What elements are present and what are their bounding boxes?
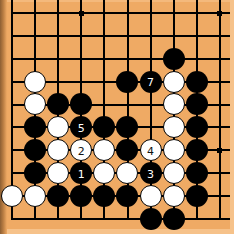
board-cell[interactable]	[139, 116, 162, 139]
board-cell[interactable]	[185, 24, 208, 47]
board-cell[interactable]	[24, 93, 47, 116]
board-cell[interactable]	[208, 93, 231, 116]
black-stone	[116, 71, 138, 93]
board-cell[interactable]	[208, 139, 231, 162]
white-stone	[140, 185, 162, 207]
black-stone	[24, 139, 46, 161]
black-stone	[186, 71, 208, 93]
black-stone	[186, 139, 208, 161]
board-cell[interactable]	[185, 207, 208, 230]
board-cell[interactable]	[162, 139, 185, 162]
board-cell[interactable]	[139, 185, 162, 208]
board-cell[interactable]	[185, 47, 208, 70]
white-stone	[24, 185, 46, 207]
board-cell[interactable]	[47, 116, 70, 139]
black-stone	[116, 139, 138, 161]
board-cell[interactable]	[0, 93, 23, 116]
black-stone	[186, 93, 208, 115]
board-cell[interactable]	[24, 47, 47, 70]
board-cell[interactable]	[208, 70, 231, 93]
board-cell[interactable]	[93, 93, 116, 116]
board-cell[interactable]	[162, 70, 185, 93]
board-cell[interactable]	[70, 207, 93, 230]
black-stone	[47, 185, 69, 207]
board-cell[interactable]	[116, 162, 139, 185]
black-stone	[140, 208, 162, 230]
board-cell[interactable]: 3	[139, 162, 162, 185]
board-cell[interactable]	[139, 47, 162, 70]
white-stone	[47, 116, 69, 138]
black-stone: 7	[140, 71, 162, 93]
board-cell[interactable]: 2	[70, 139, 93, 162]
board-cell[interactable]	[70, 185, 93, 208]
board-cell[interactable]	[139, 2, 162, 25]
board-cell[interactable]: 4	[139, 139, 162, 162]
black-stone	[186, 162, 208, 184]
board-cell[interactable]	[185, 70, 208, 93]
board-cell[interactable]	[47, 207, 70, 230]
board-cell[interactable]	[93, 116, 116, 139]
white-stone	[163, 71, 185, 93]
board-cell[interactable]	[24, 116, 47, 139]
board-cell[interactable]	[70, 70, 93, 93]
board-cell[interactable]	[185, 185, 208, 208]
board-cell[interactable]	[116, 139, 139, 162]
move-number-label: 4	[147, 145, 154, 156]
board-cell[interactable]	[185, 162, 208, 185]
board-cell[interactable]	[185, 116, 208, 139]
board-cell[interactable]	[162, 2, 185, 25]
board-cell[interactable]	[0, 116, 23, 139]
board-cell[interactable]	[0, 70, 23, 93]
board-cell[interactable]	[116, 116, 139, 139]
white-stone	[93, 139, 115, 161]
board-cell[interactable]	[47, 93, 70, 116]
board-cell[interactable]	[24, 162, 47, 185]
board-cell[interactable]	[70, 93, 93, 116]
board-cell[interactable]	[70, 47, 93, 70]
board-cell[interactable]	[208, 185, 231, 208]
board-cell[interactable]	[47, 162, 70, 185]
black-stone	[163, 48, 185, 70]
white-stone	[163, 139, 185, 161]
white-stone	[24, 71, 46, 93]
board-cell[interactable]	[208, 24, 231, 47]
board-cell[interactable]	[185, 93, 208, 116]
board-cell[interactable]	[162, 47, 185, 70]
black-stone: 5	[70, 116, 92, 138]
white-stone	[24, 93, 46, 115]
board-cell[interactable]	[116, 2, 139, 25]
board-cell[interactable]	[116, 24, 139, 47]
board-cell[interactable]	[93, 139, 116, 162]
white-stone	[47, 139, 69, 161]
board-cell[interactable]	[47, 2, 70, 25]
board-cell[interactable]	[0, 2, 23, 25]
board-cell[interactable]	[208, 162, 231, 185]
white-stone	[163, 93, 185, 115]
board-cell[interactable]	[24, 70, 47, 93]
white-stone: 2	[70, 139, 92, 161]
board-cell[interactable]	[162, 185, 185, 208]
board-cell[interactable]	[139, 207, 162, 230]
white-stone	[163, 162, 185, 184]
board-cell[interactable]	[162, 162, 185, 185]
board-cell[interactable]	[162, 116, 185, 139]
go-board[interactable]: 752413	[0, 2, 231, 231]
board-cell[interactable]	[93, 207, 116, 230]
board-cell[interactable]	[24, 2, 47, 25]
black-stone	[24, 162, 46, 184]
black-stone	[70, 93, 92, 115]
go-diagram: 752413	[0, 0, 234, 234]
board-cell[interactable]	[208, 2, 231, 25]
board-cell[interactable]	[0, 24, 23, 47]
black-stone	[116, 185, 138, 207]
board-cell[interactable]	[47, 185, 70, 208]
board-cell[interactable]	[24, 24, 47, 47]
board-cell[interactable]	[139, 24, 162, 47]
board-cell[interactable]	[208, 207, 231, 230]
black-stone	[93, 185, 115, 207]
black-stone	[186, 116, 208, 138]
board-cell[interactable]	[70, 2, 93, 25]
board-cell[interactable]	[93, 47, 116, 70]
board-cell[interactable]	[0, 185, 23, 208]
black-stone	[116, 116, 138, 138]
black-stone	[186, 185, 208, 207]
white-stone	[163, 116, 185, 138]
board-cell[interactable]	[24, 207, 47, 230]
black-stone: 3	[140, 162, 162, 184]
move-number-label: 1	[78, 168, 85, 179]
board-cell[interactable]: 7	[139, 70, 162, 93]
board-cell[interactable]	[93, 70, 116, 93]
board-cell[interactable]	[93, 185, 116, 208]
board-cell[interactable]	[116, 185, 139, 208]
board-cell[interactable]	[116, 93, 139, 116]
board-cell[interactable]	[208, 116, 231, 139]
board-cell[interactable]	[93, 24, 116, 47]
board-cell[interactable]	[116, 47, 139, 70]
move-number-label: 2	[78, 145, 85, 156]
white-stone: 4	[140, 139, 162, 161]
white-stone	[47, 162, 69, 184]
board-cell[interactable]: 5	[70, 116, 93, 139]
move-number-label: 5	[78, 122, 85, 133]
board-cell[interactable]	[47, 47, 70, 70]
black-stone: 1	[70, 162, 92, 184]
board-cell[interactable]	[47, 139, 70, 162]
board-cell[interactable]	[47, 70, 70, 93]
board-cell[interactable]	[93, 2, 116, 25]
board-cell[interactable]	[24, 139, 47, 162]
board-cell[interactable]	[24, 185, 47, 208]
board-cell[interactable]	[185, 139, 208, 162]
board-cell[interactable]	[116, 207, 139, 230]
board-cell[interactable]	[47, 24, 70, 47]
board-cell[interactable]	[162, 24, 185, 47]
white-stone	[163, 185, 185, 207]
move-number-label: 7	[147, 77, 154, 88]
board-cell[interactable]	[162, 207, 185, 230]
black-stone	[24, 116, 46, 138]
white-stone	[116, 162, 138, 184]
move-number-label: 3	[147, 168, 154, 179]
board-cell[interactable]: 1	[70, 162, 93, 185]
board-cell[interactable]	[0, 139, 23, 162]
black-stone	[93, 116, 115, 138]
board-cell[interactable]	[139, 93, 162, 116]
board-cell[interactable]	[0, 207, 23, 230]
board-cell[interactable]	[70, 24, 93, 47]
white-stone	[1, 185, 23, 207]
board-cell[interactable]	[93, 162, 116, 185]
board-cell[interactable]	[0, 47, 23, 70]
black-stone	[163, 208, 185, 230]
board-cell[interactable]	[0, 162, 23, 185]
board-cell[interactable]	[185, 2, 208, 25]
board-cell[interactable]	[208, 47, 231, 70]
board-cell[interactable]	[116, 70, 139, 93]
board-cell[interactable]	[162, 93, 185, 116]
white-stone	[93, 162, 115, 184]
black-stone	[70, 185, 92, 207]
black-stone	[47, 93, 69, 115]
